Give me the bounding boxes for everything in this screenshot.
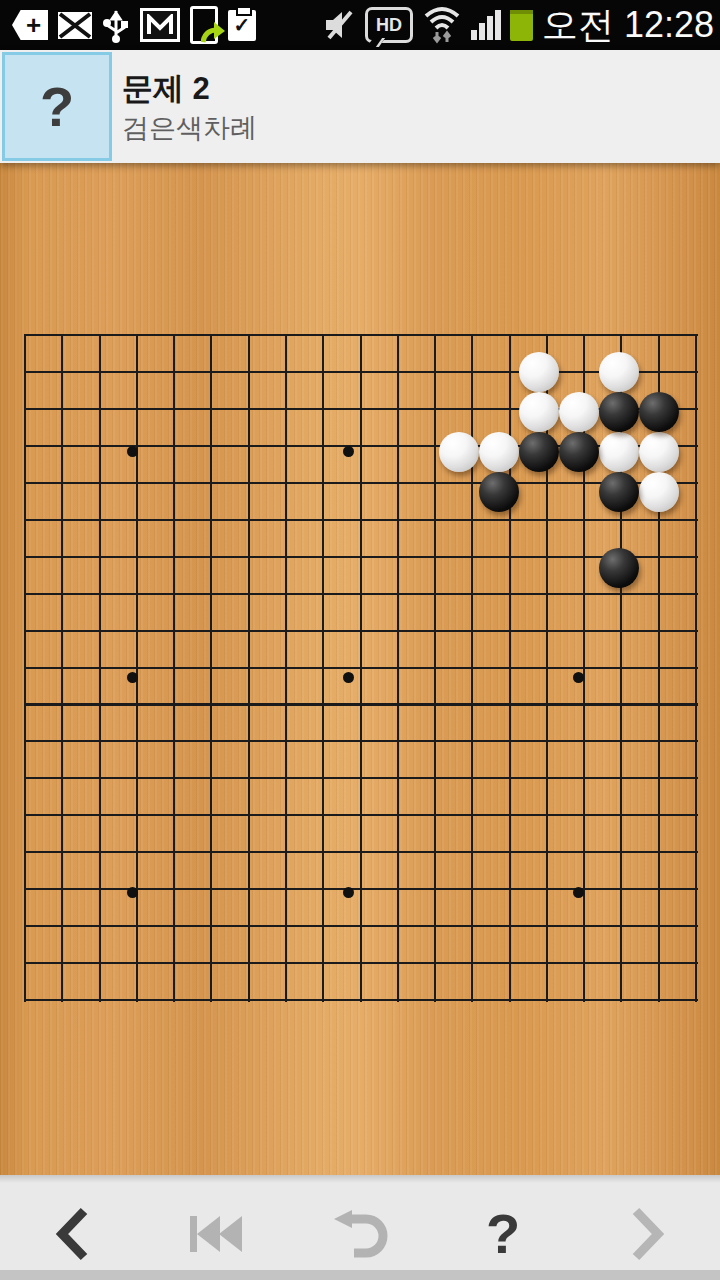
star-point	[343, 672, 354, 683]
black-stone[interactable]	[519, 432, 559, 472]
white-stone[interactable]	[439, 432, 479, 472]
rewind-to-start-button[interactable]	[181, 1205, 251, 1263]
back-button[interactable]	[37, 1205, 107, 1263]
hd-voice-icon: HD	[365, 7, 413, 43]
problem-help-button[interactable]: ?	[2, 52, 112, 161]
wifi-icon	[422, 6, 462, 44]
gmail-icon	[140, 8, 180, 42]
white-stone[interactable]	[639, 472, 679, 512]
question-mark-icon: ?	[486, 1205, 520, 1263]
star-point	[573, 887, 584, 898]
white-stone[interactable]	[519, 392, 559, 432]
usb-icon	[102, 7, 130, 43]
status-bar: + ✓ HD	[0, 0, 720, 50]
star-point	[343, 446, 354, 457]
bottom-nav-bar: ?	[0, 1175, 720, 1280]
plus-glyph: +	[26, 10, 41, 40]
black-stone[interactable]	[599, 472, 639, 512]
white-stone[interactable]	[599, 432, 639, 472]
status-right-icons: HD 오전 12:28	[322, 1, 720, 50]
battery-icon	[510, 10, 533, 41]
status-time: 오전 12:28	[542, 1, 714, 50]
plus-badge-icon: +	[12, 10, 48, 40]
nav-bottom-strip	[0, 1270, 720, 1280]
undo-button[interactable]	[325, 1205, 395, 1263]
white-stone[interactable]	[519, 352, 559, 392]
black-stone[interactable]	[559, 432, 599, 472]
black-stone[interactable]	[479, 472, 519, 512]
forward-button[interactable]	[613, 1205, 683, 1263]
clipboard-check-icon: ✓	[228, 10, 256, 41]
phone-forward-icon	[190, 6, 218, 44]
signal-icon	[471, 10, 501, 40]
black-stone[interactable]	[599, 392, 639, 432]
star-point	[573, 672, 584, 683]
forward-chevron-icon	[628, 1206, 668, 1262]
header: ? 문제 2 검은색차례	[0, 50, 720, 163]
white-stone[interactable]	[479, 432, 519, 472]
rewind-icon	[188, 1214, 244, 1254]
star-point	[127, 446, 138, 457]
star-point	[127, 672, 138, 683]
star-point	[343, 887, 354, 898]
status-left-icons: + ✓	[0, 6, 256, 44]
mute-icon	[322, 9, 356, 41]
star-point	[127, 887, 138, 898]
white-stone[interactable]	[639, 432, 679, 472]
hd-glyph: HD	[376, 11, 402, 40]
problem-title: 문제 2	[122, 68, 210, 110]
white-stone[interactable]	[599, 352, 639, 392]
turn-indicator: 검은색차례	[122, 110, 257, 146]
email-icon	[58, 12, 92, 39]
black-stone[interactable]	[599, 548, 639, 588]
undo-arrow-icon	[332, 1210, 388, 1258]
goban-wood-background	[0, 163, 720, 1175]
back-chevron-icon	[52, 1206, 92, 1262]
hint-button[interactable]: ?	[468, 1205, 538, 1263]
black-stone[interactable]	[639, 392, 679, 432]
white-stone[interactable]	[559, 392, 599, 432]
question-mark-icon: ?	[40, 74, 74, 139]
go-board[interactable]	[6, 316, 715, 1018]
